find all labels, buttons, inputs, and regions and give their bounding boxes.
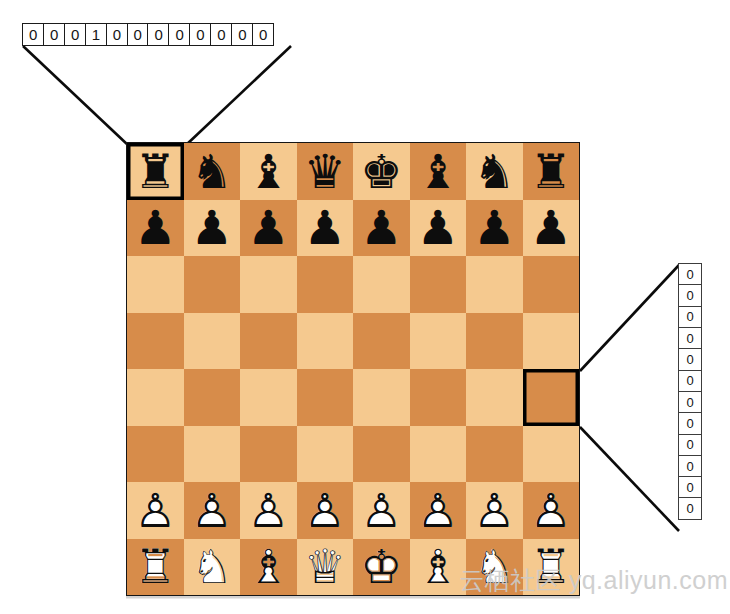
right-vector-cell-0: 0 <box>678 263 702 286</box>
piece-black-knight: ♞ <box>466 143 523 200</box>
square-f7[interactable]: ♟ <box>410 200 467 257</box>
square-e2[interactable]: ♟♙ <box>353 482 410 539</box>
piece-black-pawn: ♟ <box>240 200 297 257</box>
piece-white-bishop: ♝♗ <box>240 539 297 596</box>
square-e3[interactable] <box>353 426 410 483</box>
square-d4[interactable] <box>297 369 354 426</box>
top-vector-cell-0: 0 <box>22 23 45 46</box>
square-h8[interactable]: ♜ <box>523 143 580 200</box>
top-vector-cell-1: 0 <box>43 23 66 46</box>
right-vector-cell-9: 0 <box>678 455 702 478</box>
square-b8[interactable]: ♞ <box>184 143 241 200</box>
piece-black-pawn: ♟ <box>410 200 467 257</box>
top-vector-right-line <box>185 46 291 146</box>
square-g3[interactable] <box>466 426 523 483</box>
right-vector-cell-7: 0 <box>678 412 702 435</box>
square-d6[interactable] <box>297 256 354 313</box>
square-c6[interactable] <box>240 256 297 313</box>
piece-black-rook: ♜ <box>523 143 580 200</box>
right-vector-cell-4: 0 <box>678 348 702 371</box>
piece-black-king: ♚ <box>353 143 410 200</box>
top-vector-cell-10: 0 <box>231 23 254 46</box>
square-g8[interactable]: ♞ <box>466 143 523 200</box>
square-e1[interactable]: ♚♔ <box>353 539 410 596</box>
square-g6[interactable] <box>466 256 523 313</box>
piece-black-pawn: ♟ <box>353 200 410 257</box>
chess-board: ♜♞♝♛♚♝♞♜♟♟♟♟♟♟♟♟♟♙♟♙♟♙♟♙♟♙♟♙♟♙♟♙♜♖♞♘♝♗♛♕… <box>126 142 580 596</box>
square-f3[interactable] <box>410 426 467 483</box>
piece-white-pawn: ♟♙ <box>410 482 467 539</box>
right-vector-cell-3: 0 <box>678 327 702 350</box>
top-vector-cell-4: 0 <box>106 23 129 46</box>
square-g7[interactable]: ♟ <box>466 200 523 257</box>
piece-white-pawn: ♟♙ <box>184 482 241 539</box>
square-a5[interactable] <box>127 313 184 370</box>
square-h7[interactable]: ♟ <box>523 200 580 257</box>
watermark: 云栖社区 yq.aliyun.com <box>459 564 728 597</box>
right-vector-cell-8: 0 <box>678 434 702 457</box>
piece-white-pawn: ♟♙ <box>127 482 184 539</box>
piece-black-pawn: ♟ <box>127 200 184 257</box>
square-f1[interactable]: ♝♗ <box>410 539 467 596</box>
top-vector-cell-8: 0 <box>189 23 212 46</box>
square-c2[interactable]: ♟♙ <box>240 482 297 539</box>
square-e7[interactable]: ♟ <box>353 200 410 257</box>
square-b7[interactable]: ♟ <box>184 200 241 257</box>
square-e5[interactable] <box>353 313 410 370</box>
right-vector-cell-1: 0 <box>678 284 702 307</box>
square-a1[interactable]: ♜♖ <box>127 539 184 596</box>
right-vector-cell-5: 0 <box>678 370 702 393</box>
square-c8[interactable]: ♝ <box>240 143 297 200</box>
piece-white-pawn: ♟♙ <box>466 482 523 539</box>
piece-black-knight: ♞ <box>184 143 241 200</box>
square-e4[interactable] <box>353 369 410 426</box>
square-f5[interactable] <box>410 313 467 370</box>
square-d8[interactable]: ♛ <box>297 143 354 200</box>
square-a6[interactable] <box>127 256 184 313</box>
piece-black-bishop: ♝ <box>240 143 297 200</box>
top-vector-cell-5: 0 <box>127 23 150 46</box>
square-d7[interactable]: ♟ <box>297 200 354 257</box>
square-c7[interactable]: ♟ <box>240 200 297 257</box>
piece-black-pawn: ♟ <box>523 200 580 257</box>
square-g2[interactable]: ♟♙ <box>466 482 523 539</box>
square-h5[interactable] <box>523 313 580 370</box>
top-vector-cell-2: 0 <box>64 23 87 46</box>
square-c3[interactable] <box>240 426 297 483</box>
top-vector-cell-7: 0 <box>168 23 191 46</box>
square-d1[interactable]: ♛♕ <box>297 539 354 596</box>
square-b6[interactable] <box>184 256 241 313</box>
piece-black-rook: ♜ <box>127 143 184 200</box>
right-vector-cell-6: 0 <box>678 391 702 414</box>
square-d3[interactable] <box>297 426 354 483</box>
square-b2[interactable]: ♟♙ <box>184 482 241 539</box>
piece-white-bishop: ♝♗ <box>410 539 467 596</box>
square-f4[interactable] <box>410 369 467 426</box>
square-f2[interactable]: ♟♙ <box>410 482 467 539</box>
square-a8[interactable]: ♜ <box>127 143 184 200</box>
top-vector-left-line <box>23 46 129 146</box>
square-b1[interactable]: ♞♘ <box>184 539 241 596</box>
square-c1[interactable]: ♝♗ <box>240 539 297 596</box>
square-a3[interactable] <box>127 426 184 483</box>
piece-white-pawn: ♟♙ <box>353 482 410 539</box>
right-vector-cell-10: 0 <box>678 476 702 499</box>
top-vector-cell-9: 0 <box>210 23 233 46</box>
right-vector-bottom-line <box>580 427 679 531</box>
figure-canvas: 000100000000 ♜♞♝♛♚♝♞♜♟♟♟♟♟♟♟♟♟♙♟♙♟♙♟♙♟♙♟… <box>0 0 730 614</box>
piece-black-bishop: ♝ <box>410 143 467 200</box>
piece-black-queen: ♛ <box>297 143 354 200</box>
square-b5[interactable] <box>184 313 241 370</box>
square-c4[interactable] <box>240 369 297 426</box>
right-vector-cell-11: 0 <box>678 497 702 520</box>
square-b4[interactable] <box>184 369 241 426</box>
square-a4[interactable] <box>127 369 184 426</box>
square-h4[interactable] <box>523 369 580 426</box>
square-g5[interactable] <box>466 313 523 370</box>
piece-white-queen: ♛♕ <box>297 539 354 596</box>
square-a2[interactable]: ♟♙ <box>127 482 184 539</box>
piece-black-pawn: ♟ <box>466 200 523 257</box>
top-vector-cell-3: 1 <box>85 23 108 46</box>
right-one-hot-vector: 000000000000 <box>678 263 702 520</box>
piece-black-pawn: ♟ <box>297 200 354 257</box>
square-f6[interactable] <box>410 256 467 313</box>
square-d5[interactable] <box>297 313 354 370</box>
square-d2[interactable]: ♟♙ <box>297 482 354 539</box>
square-c5[interactable] <box>240 313 297 370</box>
square-h6[interactable] <box>523 256 580 313</box>
top-one-hot-vector: 000100000000 <box>22 23 274 46</box>
piece-white-rook: ♜♖ <box>127 539 184 596</box>
square-g4[interactable] <box>466 369 523 426</box>
piece-white-king: ♚♔ <box>353 539 410 596</box>
top-vector-cell-6: 0 <box>147 23 170 46</box>
square-e6[interactable] <box>353 256 410 313</box>
square-h3[interactable] <box>523 426 580 483</box>
square-e8[interactable]: ♚ <box>353 143 410 200</box>
square-b3[interactable] <box>184 426 241 483</box>
square-h2[interactable]: ♟♙ <box>523 482 580 539</box>
square-f8[interactable]: ♝ <box>410 143 467 200</box>
right-vector-cell-2: 0 <box>678 306 702 329</box>
piece-white-pawn: ♟♙ <box>523 482 580 539</box>
piece-black-pawn: ♟ <box>184 200 241 257</box>
piece-white-knight: ♞♘ <box>184 539 241 596</box>
square-a7[interactable]: ♟ <box>127 200 184 257</box>
top-vector-cell-11: 0 <box>252 23 275 46</box>
right-vector-top-line <box>580 265 679 371</box>
piece-white-pawn: ♟♙ <box>240 482 297 539</box>
piece-white-pawn: ♟♙ <box>297 482 354 539</box>
